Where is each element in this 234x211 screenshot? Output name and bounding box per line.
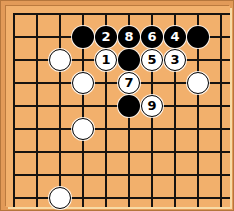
go-stone-black[interactable] [187, 26, 209, 48]
grid-line-v [220, 13, 222, 207]
go-board[interactable]: 286415379 [6, 6, 230, 207]
go-stone-white-move-9[interactable]: 9 [141, 95, 163, 117]
move-number: 9 [147, 99, 156, 112]
go-diagram-frame: 286415379 [0, 0, 234, 211]
go-stone-black-move-2[interactable]: 2 [95, 26, 117, 48]
grid-line-v [59, 13, 61, 207]
go-stone-black-move-8[interactable]: 8 [118, 26, 140, 48]
go-stone-white-move-3[interactable]: 3 [164, 49, 186, 71]
grid-line-v [13, 13, 15, 207]
move-number: 8 [124, 30, 133, 43]
go-stone-black-move-6[interactable]: 6 [141, 26, 163, 48]
go-stone-black[interactable] [118, 95, 140, 117]
go-stone-black[interactable] [72, 26, 94, 48]
move-number: 2 [101, 30, 110, 43]
go-stone-white-move-5[interactable]: 5 [141, 49, 163, 71]
go-stone-white[interactable] [72, 72, 94, 94]
move-number: 6 [147, 30, 156, 43]
go-stone-white[interactable] [49, 49, 71, 71]
go-stone-black-move-4[interactable]: 4 [164, 26, 186, 48]
grid-line-v [36, 13, 38, 207]
go-stone-white[interactable] [49, 187, 71, 209]
move-number: 4 [170, 30, 179, 43]
move-number: 3 [170, 53, 179, 66]
go-stone-black[interactable] [118, 49, 140, 71]
move-number: 5 [147, 53, 156, 66]
go-stone-white-move-1[interactable]: 1 [95, 49, 117, 71]
go-stone-white-move-7[interactable]: 7 [118, 72, 140, 94]
move-number: 7 [124, 76, 133, 89]
move-number: 1 [101, 53, 110, 66]
go-stone-white[interactable] [187, 72, 209, 94]
go-stone-white[interactable] [72, 118, 94, 140]
